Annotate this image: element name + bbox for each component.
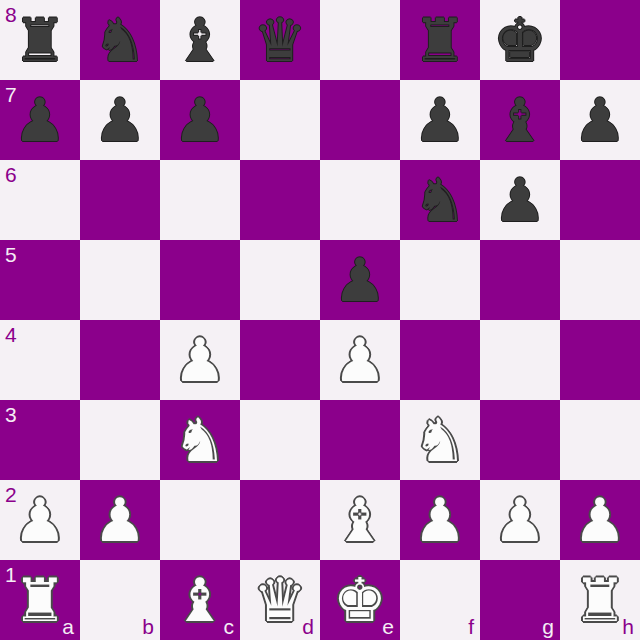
white-bishop-piece[interactable]: ♝	[320, 480, 400, 560]
square-g7[interactable]: ♝	[480, 80, 560, 160]
square-g2[interactable]: ♟	[480, 480, 560, 560]
square-c4[interactable]: ♟	[160, 320, 240, 400]
white-knight-piece[interactable]: ♞	[160, 400, 240, 480]
square-d5[interactable]	[240, 240, 320, 320]
square-a2[interactable]: 2♟	[0, 480, 80, 560]
square-c3[interactable]: ♞	[160, 400, 240, 480]
white-queen-piece[interactable]: ♛	[240, 560, 320, 640]
square-h8[interactable]	[560, 0, 640, 80]
black-pawn-piece[interactable]: ♟	[80, 80, 160, 160]
square-h4[interactable]	[560, 320, 640, 400]
square-g1[interactable]: g	[480, 560, 560, 640]
black-knight-piece[interactable]: ♞	[80, 0, 160, 80]
square-f2[interactable]: ♟	[400, 480, 480, 560]
rank-label-4: 4	[5, 324, 17, 345]
black-knight-piece[interactable]: ♞	[400, 160, 480, 240]
square-e7[interactable]	[320, 80, 400, 160]
square-h7[interactable]: ♟	[560, 80, 640, 160]
black-queen-piece[interactable]: ♛	[240, 0, 320, 80]
square-e6[interactable]	[320, 160, 400, 240]
file-label-g: g	[542, 616, 554, 637]
square-f6[interactable]: ♞	[400, 160, 480, 240]
square-f3[interactable]: ♞	[400, 400, 480, 480]
square-h2[interactable]: ♟	[560, 480, 640, 560]
white-rook-piece[interactable]: ♜	[560, 560, 640, 640]
square-b2[interactable]: ♟	[80, 480, 160, 560]
black-rook-piece[interactable]: ♜	[400, 0, 480, 80]
square-f8[interactable]: ♜	[400, 0, 480, 80]
square-a8[interactable]: 8♜	[0, 0, 80, 80]
square-b3[interactable]	[80, 400, 160, 480]
square-d7[interactable]	[240, 80, 320, 160]
black-king-piece[interactable]: ♚	[480, 0, 560, 80]
square-e2[interactable]: ♝	[320, 480, 400, 560]
rank-label-6: 6	[5, 164, 17, 185]
square-d8[interactable]: ♛	[240, 0, 320, 80]
square-d1[interactable]: d♛	[240, 560, 320, 640]
square-g6[interactable]: ♟	[480, 160, 560, 240]
square-h1[interactable]: h♜	[560, 560, 640, 640]
black-pawn-piece[interactable]: ♟	[400, 80, 480, 160]
square-e5[interactable]: ♟	[320, 240, 400, 320]
square-f7[interactable]: ♟	[400, 80, 480, 160]
square-b7[interactable]: ♟	[80, 80, 160, 160]
square-c5[interactable]	[160, 240, 240, 320]
square-h6[interactable]	[560, 160, 640, 240]
square-b8[interactable]: ♞	[80, 0, 160, 80]
white-pawn-piece[interactable]: ♟	[0, 480, 80, 560]
white-rook-piece[interactable]: ♜	[0, 560, 80, 640]
square-h5[interactable]	[560, 240, 640, 320]
square-b1[interactable]: b	[80, 560, 160, 640]
square-b6[interactable]	[80, 160, 160, 240]
chess-board: 8♜♞♝♛♜♚7♟♟♟♟♝♟6♞♟5♟4♟♟3♞♞2♟♟♝♟♟♟1a♜bc♝d♛…	[0, 0, 640, 640]
white-pawn-piece[interactable]: ♟	[320, 320, 400, 400]
square-c6[interactable]	[160, 160, 240, 240]
white-pawn-piece[interactable]: ♟	[560, 480, 640, 560]
rank-label-3: 3	[5, 404, 17, 425]
black-rook-piece[interactable]: ♜	[0, 0, 80, 80]
square-a4[interactable]: 4	[0, 320, 80, 400]
square-f1[interactable]: f	[400, 560, 480, 640]
square-d3[interactable]	[240, 400, 320, 480]
square-d2[interactable]	[240, 480, 320, 560]
square-a5[interactable]: 5	[0, 240, 80, 320]
square-a6[interactable]: 6	[0, 160, 80, 240]
square-d4[interactable]	[240, 320, 320, 400]
square-h3[interactable]	[560, 400, 640, 480]
square-e3[interactable]	[320, 400, 400, 480]
black-bishop-piece[interactable]: ♝	[160, 0, 240, 80]
square-g3[interactable]	[480, 400, 560, 480]
black-pawn-piece[interactable]: ♟	[0, 80, 80, 160]
square-d6[interactable]	[240, 160, 320, 240]
square-f5[interactable]	[400, 240, 480, 320]
black-pawn-piece[interactable]: ♟	[560, 80, 640, 160]
square-g4[interactable]	[480, 320, 560, 400]
white-king-piece[interactable]: ♚	[320, 560, 400, 640]
square-g5[interactable]	[480, 240, 560, 320]
rank-label-5: 5	[5, 244, 17, 265]
square-e4[interactable]: ♟	[320, 320, 400, 400]
square-c2[interactable]	[160, 480, 240, 560]
white-pawn-piece[interactable]: ♟	[480, 480, 560, 560]
square-a1[interactable]: 1a♜	[0, 560, 80, 640]
black-pawn-piece[interactable]: ♟	[160, 80, 240, 160]
square-f4[interactable]	[400, 320, 480, 400]
black-pawn-piece[interactable]: ♟	[320, 240, 400, 320]
square-g8[interactable]: ♚	[480, 0, 560, 80]
black-bishop-piece[interactable]: ♝	[480, 80, 560, 160]
square-e1[interactable]: e♚	[320, 560, 400, 640]
square-b4[interactable]	[80, 320, 160, 400]
square-c8[interactable]: ♝	[160, 0, 240, 80]
white-pawn-piece[interactable]: ♟	[160, 320, 240, 400]
square-a3[interactable]: 3	[0, 400, 80, 480]
white-pawn-piece[interactable]: ♟	[400, 480, 480, 560]
square-b5[interactable]	[80, 240, 160, 320]
square-a7[interactable]: 7♟	[0, 80, 80, 160]
square-c1[interactable]: c♝	[160, 560, 240, 640]
file-label-f: f	[468, 616, 474, 637]
white-bishop-piece[interactable]: ♝	[160, 560, 240, 640]
file-label-b: b	[142, 616, 154, 637]
square-c7[interactable]: ♟	[160, 80, 240, 160]
black-pawn-piece[interactable]: ♟	[480, 160, 560, 240]
square-e8[interactable]	[320, 0, 400, 80]
white-knight-piece[interactable]: ♞	[400, 400, 480, 480]
white-pawn-piece[interactable]: ♟	[80, 480, 160, 560]
